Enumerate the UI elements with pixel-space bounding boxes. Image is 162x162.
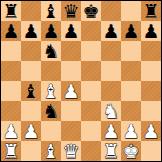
square-g4[interactable] bbox=[121, 81, 141, 101]
square-e2[interactable] bbox=[81, 121, 101, 141]
square-c6[interactable]: ♞ bbox=[41, 41, 61, 61]
square-g6[interactable] bbox=[121, 41, 141, 61]
piece-white-pawn[interactable]: ♟ bbox=[62, 81, 79, 101]
piece-white-bishop[interactable]: ♝ bbox=[42, 81, 59, 101]
piece-black-bishop[interactable]: ♝ bbox=[42, 1, 59, 21]
square-h3[interactable] bbox=[141, 101, 161, 121]
square-a5[interactable] bbox=[1, 61, 21, 81]
square-g2[interactable]: ♟ bbox=[121, 121, 141, 141]
square-a7[interactable]: ♟ bbox=[1, 21, 21, 41]
square-c2[interactable] bbox=[41, 121, 61, 141]
square-f3[interactable]: ♞ bbox=[101, 101, 121, 121]
square-h6[interactable] bbox=[141, 41, 161, 61]
piece-white-pawn[interactable]: ♟ bbox=[142, 121, 159, 141]
square-g8[interactable] bbox=[121, 1, 141, 21]
piece-black-pawn[interactable]: ♟ bbox=[42, 21, 59, 41]
square-a1[interactable]: ♜ bbox=[1, 141, 21, 161]
square-e6[interactable] bbox=[81, 41, 101, 61]
square-c1[interactable]: ♝ bbox=[41, 141, 61, 161]
square-g7[interactable]: ♟ bbox=[121, 21, 141, 41]
square-f7[interactable]: ♟ bbox=[101, 21, 121, 41]
piece-black-knight[interactable]: ♞ bbox=[42, 101, 59, 121]
square-f1[interactable]: ♜ bbox=[101, 141, 121, 161]
square-b6[interactable] bbox=[21, 41, 41, 61]
piece-black-pawn[interactable]: ♟ bbox=[22, 21, 39, 41]
square-f6[interactable] bbox=[101, 41, 121, 61]
piece-white-bishop[interactable]: ♝ bbox=[42, 141, 59, 161]
square-d1[interactable]: ♛ bbox=[61, 141, 81, 161]
piece-black-rook[interactable]: ♜ bbox=[142, 1, 159, 21]
square-b2[interactable]: ♟ bbox=[21, 121, 41, 141]
square-b1[interactable] bbox=[21, 141, 41, 161]
square-e4[interactable] bbox=[81, 81, 101, 101]
square-h8[interactable]: ♜ bbox=[141, 1, 161, 21]
piece-black-queen[interactable]: ♛ bbox=[62, 1, 79, 21]
square-d8[interactable]: ♛ bbox=[61, 1, 81, 21]
square-h2[interactable]: ♟ bbox=[141, 121, 161, 141]
square-f5[interactable] bbox=[101, 61, 121, 81]
piece-white-rook[interactable]: ♜ bbox=[2, 141, 19, 161]
square-e3[interactable] bbox=[81, 101, 101, 121]
square-c7[interactable]: ♟ bbox=[41, 21, 61, 41]
piece-black-king[interactable]: ♚ bbox=[82, 1, 99, 21]
chess-board-frame: ♜♝♛♚♜♟♟♟♟♟♟♟♞♝♝♟♞♞♟♟♟♟♟♜♝♛♜♚ bbox=[0, 0, 162, 162]
square-d6[interactable] bbox=[61, 41, 81, 61]
piece-black-knight[interactable]: ♞ bbox=[42, 41, 59, 61]
square-f8[interactable] bbox=[101, 1, 121, 21]
square-a6[interactable] bbox=[1, 41, 21, 61]
square-e5[interactable] bbox=[81, 61, 101, 81]
square-g3[interactable] bbox=[121, 101, 141, 121]
piece-white-knight[interactable]: ♞ bbox=[102, 101, 119, 121]
square-d2[interactable] bbox=[61, 121, 81, 141]
square-b5[interactable] bbox=[21, 61, 41, 81]
square-d3[interactable] bbox=[61, 101, 81, 121]
square-a4[interactable] bbox=[1, 81, 21, 101]
square-h5[interactable] bbox=[141, 61, 161, 81]
square-c4[interactable]: ♝ bbox=[41, 81, 61, 101]
square-e1[interactable] bbox=[81, 141, 101, 161]
square-b3[interactable] bbox=[21, 101, 41, 121]
square-e7[interactable] bbox=[81, 21, 101, 41]
piece-white-king[interactable]: ♚ bbox=[122, 141, 139, 161]
piece-white-pawn[interactable]: ♟ bbox=[122, 121, 139, 141]
square-f2[interactable]: ♟ bbox=[101, 121, 121, 141]
square-g1[interactable]: ♚ bbox=[121, 141, 141, 161]
piece-white-pawn[interactable]: ♟ bbox=[2, 121, 19, 141]
piece-black-pawn[interactable]: ♟ bbox=[2, 21, 19, 41]
square-c5[interactable] bbox=[41, 61, 61, 81]
square-h7[interactable]: ♟ bbox=[141, 21, 161, 41]
square-c3[interactable]: ♞ bbox=[41, 101, 61, 121]
square-f4[interactable] bbox=[101, 81, 121, 101]
square-d5[interactable] bbox=[61, 61, 81, 81]
piece-white-pawn[interactable]: ♟ bbox=[102, 121, 119, 141]
piece-black-rook[interactable]: ♜ bbox=[2, 1, 19, 21]
square-h1[interactable] bbox=[141, 141, 161, 161]
square-d4[interactable]: ♟ bbox=[61, 81, 81, 101]
square-g5[interactable] bbox=[121, 61, 141, 81]
square-d7[interactable]: ♟ bbox=[61, 21, 81, 41]
square-h4[interactable] bbox=[141, 81, 161, 101]
piece-black-pawn[interactable]: ♟ bbox=[122, 21, 139, 41]
square-b8[interactable] bbox=[21, 1, 41, 21]
square-b4[interactable]: ♝ bbox=[21, 81, 41, 101]
piece-white-rook[interactable]: ♜ bbox=[102, 141, 119, 161]
square-a8[interactable]: ♜ bbox=[1, 1, 21, 21]
piece-white-pawn[interactable]: ♟ bbox=[22, 121, 39, 141]
chess-board: ♜♝♛♚♜♟♟♟♟♟♟♟♞♝♝♟♞♞♟♟♟♟♟♜♝♛♜♚ bbox=[1, 1, 161, 161]
square-a2[interactable]: ♟ bbox=[1, 121, 21, 141]
piece-black-pawn[interactable]: ♟ bbox=[142, 21, 159, 41]
square-e8[interactable]: ♚ bbox=[81, 1, 101, 21]
piece-black-pawn[interactable]: ♟ bbox=[102, 21, 119, 41]
piece-white-queen[interactable]: ♛ bbox=[62, 141, 79, 161]
piece-black-pawn[interactable]: ♟ bbox=[62, 21, 79, 41]
square-a3[interactable] bbox=[1, 101, 21, 121]
piece-black-bishop[interactable]: ♝ bbox=[22, 81, 39, 101]
square-c8[interactable]: ♝ bbox=[41, 1, 61, 21]
square-b7[interactable]: ♟ bbox=[21, 21, 41, 41]
